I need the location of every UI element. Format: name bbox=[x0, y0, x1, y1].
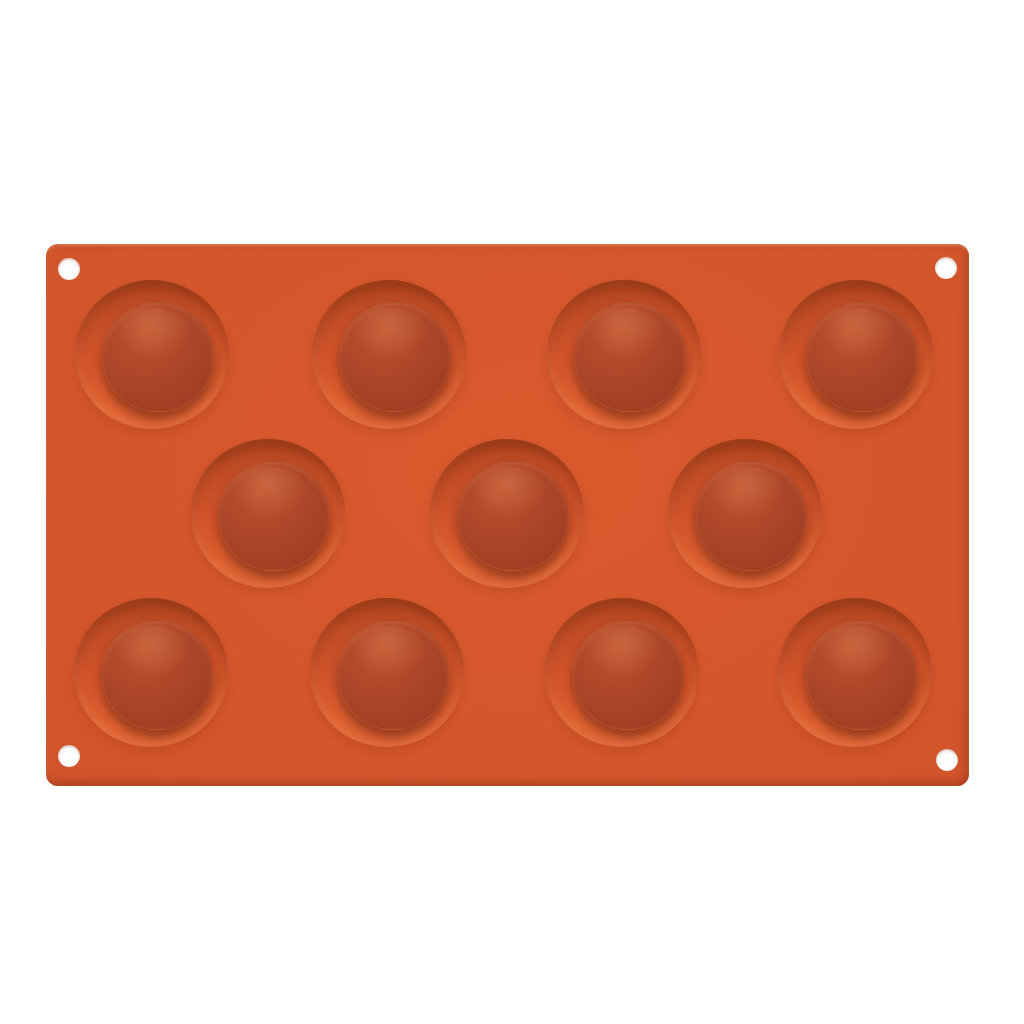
cavity-floor-r2c1 bbox=[218, 461, 330, 571]
mold-cavity-r2c2 bbox=[430, 439, 584, 588]
mold-cavity-r3c3 bbox=[545, 598, 699, 747]
mold-cavity-r2c1 bbox=[191, 439, 345, 588]
baking-mold bbox=[46, 244, 969, 786]
mold-cavity-r1c2 bbox=[312, 280, 466, 429]
mold-cavity-r3c1 bbox=[74, 598, 228, 747]
mold-cavity-r3c4 bbox=[778, 598, 932, 747]
mold-cavity-r3c2 bbox=[310, 598, 464, 747]
corner-hole-bottom-right bbox=[936, 749, 958, 771]
cavity-floor-r3c3 bbox=[572, 620, 684, 730]
cavity-floor-r2c2 bbox=[457, 461, 569, 571]
corner-hole-bottom-left bbox=[58, 745, 80, 767]
cavity-floor-r1c3 bbox=[574, 302, 686, 412]
cavity-floor-r3c2 bbox=[337, 620, 449, 730]
cavity-floor-r3c1 bbox=[101, 620, 213, 730]
corner-hole-top-left bbox=[58, 258, 80, 280]
mold-cavity-r1c4 bbox=[779, 280, 933, 429]
cavity-floor-r1c2 bbox=[339, 302, 451, 412]
cavity-floor-r1c4 bbox=[806, 302, 918, 412]
cavity-floor-r2c3 bbox=[695, 461, 807, 571]
cavity-floor-r3c4 bbox=[805, 620, 917, 730]
mold-cavity-r1c1 bbox=[75, 280, 229, 429]
mold-cavity-r1c3 bbox=[547, 280, 701, 429]
photo-canvas bbox=[0, 0, 1024, 1024]
corner-hole-top-right bbox=[935, 257, 957, 279]
cavity-floor-r1c1 bbox=[102, 302, 214, 412]
mold-cavity-r2c3 bbox=[668, 439, 822, 588]
